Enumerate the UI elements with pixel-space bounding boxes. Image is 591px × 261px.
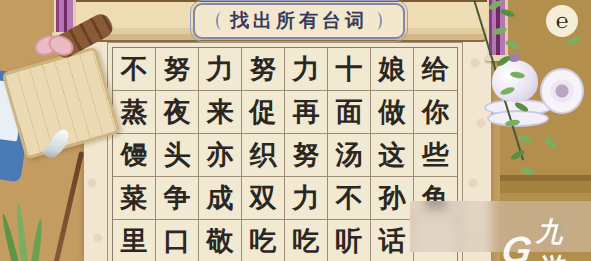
grid-cell-r5c7[interactable]: 话 [371,220,414,261]
page-title: 找出所有台词 [230,8,368,34]
grid-cell-r5c6[interactable]: 听 [328,220,371,261]
back-icon[interactable]: ℮ [546,5,578,37]
grid-cell-r2c7[interactable]: 做 [371,91,414,134]
grid-cell-r4c1[interactable]: 菜 [113,177,156,220]
grid-cell-r3c8[interactable]: 些 [414,134,457,177]
watermark-text: 九游 [536,214,591,261]
grid-cell-r1c6[interactable]: 十 [328,48,371,91]
grid-cell-r4c3[interactable]: 成 [199,177,242,220]
grid-cell-r3c7[interactable]: 这 [371,134,414,177]
grid-cell-r5c1[interactable]: 里 [113,220,156,261]
grid-cell-r4c2[interactable]: 争 [156,177,199,220]
grid-cell-r2c6[interactable]: 面 [328,91,371,134]
grid-cell-r4c7[interactable]: 孙 [371,177,414,220]
grid-cell-r5c2[interactable]: 口 [156,220,199,261]
game-screen: 找出所有台词 不努力努力十娘给蒸夜来促再面做你馒头亦织努汤这些菜争成双力不孙鱼里… [0,0,591,261]
grid-cell-r1c3[interactable]: 力 [199,48,242,91]
grass-blade [0,213,19,261]
round-plate-icon [540,68,584,114]
grid-cell-r2c5[interactable]: 再 [285,91,328,134]
shelf-band [500,175,591,193]
grid-cell-r1c7[interactable]: 娘 [371,48,414,91]
plaque-curl-left-icon [216,12,226,30]
grid-cell-r5c5[interactable]: 吃 [285,220,328,261]
grid-cell-r4c6[interactable]: 不 [328,177,371,220]
grid-cell-r2c3[interactable]: 来 [199,91,242,134]
character-grid: 不努力努力十娘给蒸夜来促再面做你馒头亦织努汤这些菜争成双力不孙鱼里口敬吃吃听话 [112,47,458,261]
watermark-9game: G 九游 [502,214,591,261]
grid-cell-r1c4[interactable]: 努 [242,48,285,91]
back-icon-glyph: ℮ [556,9,569,33]
grid-cell-r2c1[interactable]: 蒸 [113,91,156,134]
saucer-plate [487,110,549,127]
grid-cell-r5c3[interactable]: 敬 [199,220,242,261]
grass-blade [15,203,28,261]
grid-cell-r3c6[interactable]: 汤 [328,134,371,177]
grid-cell-r3c4[interactable]: 织 [242,134,285,177]
grid-cell-r3c3[interactable]: 亦 [199,134,242,177]
ribbon-bow-icon [34,36,74,62]
grid-cell-r2c2[interactable]: 夜 [156,91,199,134]
grid-cell-r1c2[interactable]: 努 [156,48,199,91]
watermark-logo-icon: G [499,230,534,261]
grid-cell-r1c8[interactable]: 给 [414,48,457,91]
calligraphy-brush-handle [53,151,84,261]
grid-cell-r1c5[interactable]: 力 [285,48,328,91]
grid-cell-r2c8[interactable]: 你 [414,91,457,134]
grid-cell-r3c1[interactable]: 馒 [113,134,156,177]
plaque-curl-right-icon [372,12,382,30]
grid-cell-r3c2[interactable]: 头 [156,134,199,177]
grid-cell-r4c4[interactable]: 双 [242,177,285,220]
grass-blade [31,219,44,261]
grid-cell-r2c4[interactable]: 促 [242,91,285,134]
grid-cell-r4c5[interactable]: 力 [285,177,328,220]
title-plaque: 找出所有台词 [193,3,405,39]
grid-cell-r5c4[interactable]: 吃 [242,220,285,261]
grid-cell-r3c5[interactable]: 努 [285,134,328,177]
grid-cell-r1c1[interactable]: 不 [113,48,156,91]
